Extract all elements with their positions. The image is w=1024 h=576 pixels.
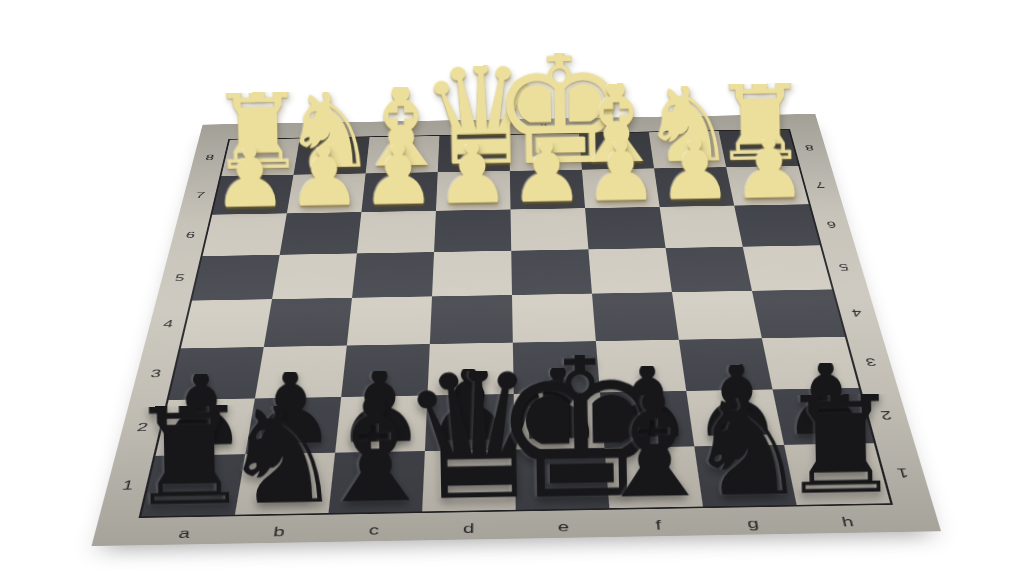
file-label-b: b	[300, 122, 372, 139]
black-bishop-f1[interactable]: ♝	[584, 393, 725, 499]
square-h5[interactable]	[743, 245, 832, 290]
black-rook-h1[interactable]: ♜	[770, 393, 911, 496]
square-b5[interactable]	[272, 253, 357, 299]
file-label-f: f	[609, 507, 707, 537]
file-label-g: g	[647, 116, 719, 133]
board-tilt-plane: 87654321 87654321 abcdefgh abcdefgh ♜♞♝♛…	[91, 114, 941, 546]
square-d7[interactable]	[436, 171, 511, 211]
square-b7[interactable]	[287, 173, 366, 213]
square-d5[interactable]	[432, 251, 512, 297]
file-label-a: a	[134, 515, 234, 546]
rank-label-4: 4	[143, 301, 192, 349]
square-g5[interactable]	[666, 247, 752, 293]
photo-stage: 87654321 87654321 abcdefgh abcdefgh ♜♞♝♛…	[0, 0, 1024, 576]
square-a7[interactable]	[212, 175, 293, 215]
square-f5[interactable]	[588, 248, 672, 294]
black-bishop-c1[interactable]: ♝	[304, 398, 445, 504]
square-c5[interactable]	[352, 252, 434, 298]
file-label-d: d	[421, 510, 516, 541]
rank-label-4: 4	[832, 289, 882, 337]
square-f8[interactable]	[579, 132, 654, 169]
file-label-a: a	[230, 123, 303, 140]
file-label-e: e	[509, 118, 579, 135]
square-f7[interactable]	[582, 168, 660, 208]
file-label-d: d	[439, 119, 509, 136]
square-a6[interactable]	[203, 213, 287, 256]
file-label-h: h	[797, 503, 898, 533]
square-d8[interactable]	[438, 135, 510, 172]
square-h6[interactable]	[734, 204, 820, 246]
square-g7[interactable]	[654, 167, 734, 207]
square-e6[interactable]	[511, 208, 589, 251]
square-g6[interactable]	[660, 206, 743, 248]
square-a4[interactable]	[181, 299, 272, 348]
square-c7[interactable]	[361, 172, 437, 212]
square-d6[interactable]	[434, 209, 511, 252]
square-a5[interactable]	[192, 255, 280, 301]
square-a8[interactable]	[221, 138, 299, 175]
square-b6[interactable]	[280, 212, 362, 255]
chess-board-scene: 87654321 87654321 abcdefgh abcdefgh ♜♞♝♛…	[125, 0, 898, 576]
file-label-c: c	[370, 121, 441, 138]
square-f6[interactable]	[585, 207, 666, 250]
square-e8[interactable]	[509, 134, 582, 171]
square-b4[interactable]	[264, 298, 352, 347]
file-label-c: c	[325, 511, 422, 542]
square-h4[interactable]	[752, 289, 845, 338]
square-h7[interactable]	[726, 166, 809, 206]
black-rook-a1[interactable]: ♜	[118, 404, 259, 507]
square-c6[interactable]	[357, 211, 436, 254]
square-g4[interactable]	[672, 291, 762, 340]
square-c8[interactable]	[366, 136, 440, 173]
square-b8[interactable]	[293, 137, 369, 174]
file-label-h: h	[715, 114, 788, 131]
file-label-g: g	[703, 505, 803, 535]
square-e7[interactable]	[510, 170, 585, 210]
square-e5[interactable]	[511, 249, 592, 295]
square-g8[interactable]	[649, 131, 726, 168]
square-h8[interactable]	[719, 130, 799, 167]
file-label-f: f	[578, 117, 649, 134]
file-label-b: b	[230, 513, 329, 544]
file-label-e: e	[516, 508, 612, 538]
